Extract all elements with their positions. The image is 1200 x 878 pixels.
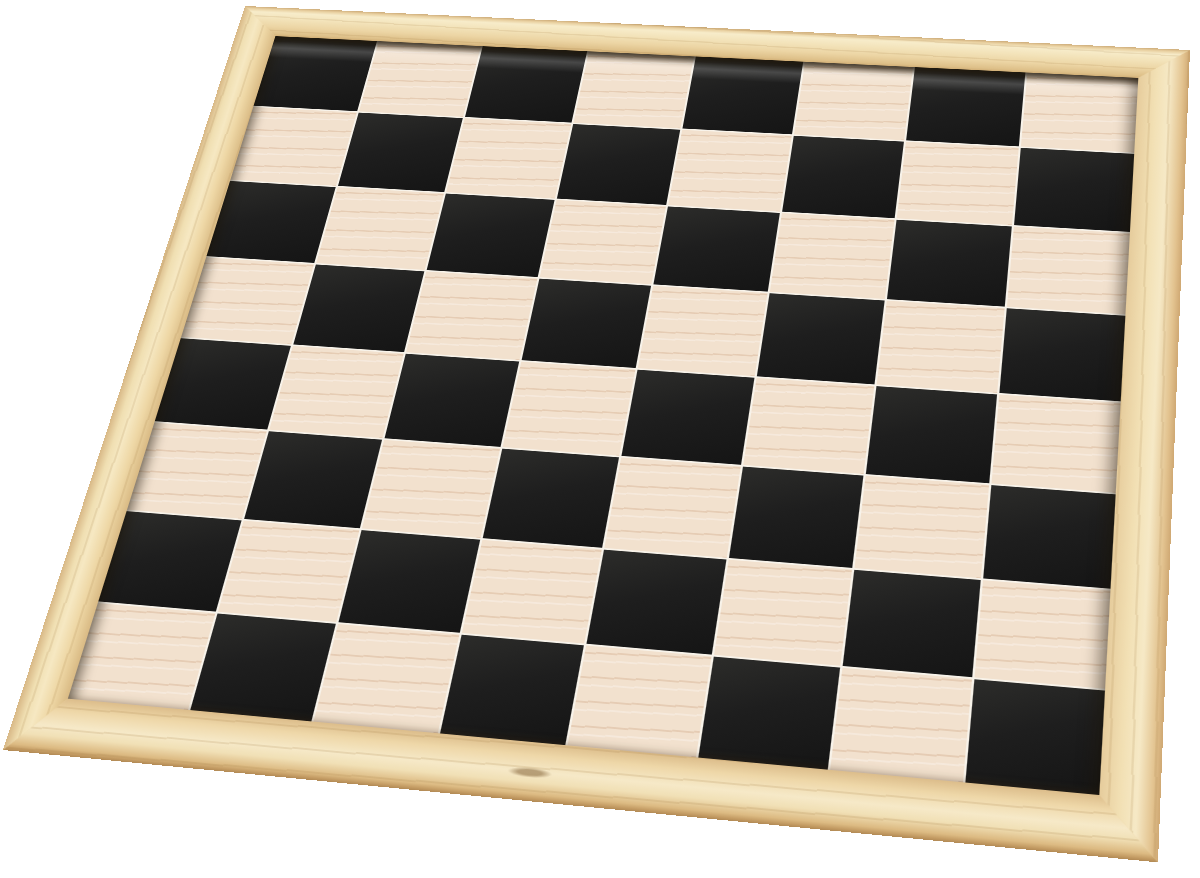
square-c7 [446, 118, 571, 198]
square-c2 [338, 530, 479, 633]
square-e6 [653, 206, 779, 292]
square-e4 [621, 370, 753, 465]
square-a7 [231, 107, 357, 186]
square-c4 [385, 354, 519, 447]
square-f5 [756, 293, 884, 384]
square-f1 [698, 657, 840, 770]
square-h5 [999, 308, 1126, 401]
square-h7 [1014, 148, 1135, 232]
square-d8 [573, 51, 694, 128]
square-b5 [293, 265, 424, 352]
square-b6 [316, 187, 444, 270]
square-f6 [769, 213, 894, 300]
square-g8 [906, 67, 1025, 146]
square-d3 [482, 448, 619, 547]
square-c1 [314, 624, 459, 733]
square-d7 [556, 124, 680, 205]
square-f3 [728, 466, 863, 567]
square-d6 [539, 200, 666, 285]
square-e2 [586, 549, 726, 655]
product-photo-stage [0, 0, 1200, 878]
square-d4 [502, 362, 635, 456]
square-e8 [682, 56, 802, 134]
square-e7 [668, 130, 791, 212]
square-d5 [521, 279, 651, 368]
square-a8 [254, 36, 377, 111]
square-d1 [439, 635, 583, 745]
square-c6 [427, 193, 555, 277]
square-b4 [269, 346, 404, 438]
square-h3 [983, 485, 1116, 588]
square-c8 [465, 46, 587, 122]
square-c3 [362, 440, 500, 538]
square-e1 [568, 646, 711, 758]
chessboard [3, 6, 1190, 862]
square-b8 [359, 41, 481, 117]
square-b2 [217, 520, 359, 622]
square-f8 [794, 62, 914, 140]
square-h8 [1020, 73, 1138, 153]
square-f4 [743, 378, 875, 474]
square-h1 [965, 679, 1105, 795]
square-b7 [338, 112, 463, 191]
square-h6 [1006, 226, 1130, 314]
square-a5 [181, 258, 313, 345]
square-d2 [461, 539, 601, 643]
square-f2 [713, 559, 852, 666]
square-c5 [406, 272, 537, 360]
square-e5 [638, 286, 767, 376]
square-a4 [155, 338, 291, 429]
square-g6 [887, 219, 1011, 306]
square-f7 [782, 136, 904, 218]
square-g1 [830, 668, 971, 782]
square-e3 [604, 457, 740, 557]
square-g3 [855, 476, 989, 578]
square-g7 [897, 142, 1019, 225]
square-b1 [190, 614, 336, 722]
square-h2 [974, 580, 1111, 689]
square-g4 [866, 386, 997, 483]
square-a6 [206, 181, 335, 263]
square-b3 [244, 431, 382, 528]
square-h4 [991, 395, 1121, 493]
square-g2 [843, 569, 981, 677]
square-g5 [877, 301, 1004, 393]
